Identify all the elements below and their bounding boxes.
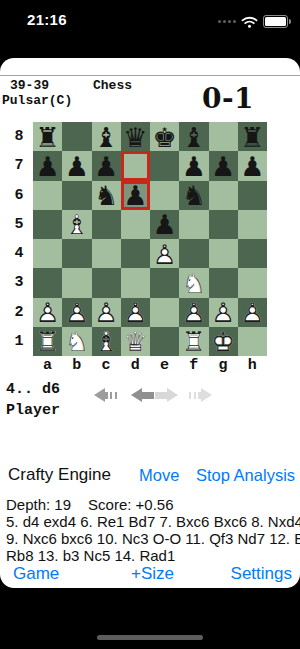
square-c6[interactable]: ♞ (92, 181, 121, 210)
engine-name: Crafty Engine (8, 465, 111, 485)
rank-label-4: 4 (10, 239, 28, 268)
square-e2[interactable] (150, 298, 179, 327)
app-title: Chess (93, 79, 132, 93)
square-a4[interactable] (33, 239, 62, 268)
white-pawn-icon: ♟♙ (92, 298, 121, 327)
square-a3[interactable] (33, 268, 62, 297)
square-g7[interactable]: ♟ (209, 151, 238, 180)
square-c5[interactable] (92, 210, 121, 239)
square-h6[interactable] (238, 181, 267, 210)
file-label-c: c (92, 358, 121, 374)
black-pawn-icon: ♟ (33, 151, 62, 180)
square-a1[interactable]: ♜♖ (33, 327, 62, 356)
square-e5[interactable]: ♟ (150, 210, 179, 239)
square-f4[interactable] (179, 239, 208, 268)
rank-label-5: 5 (10, 210, 28, 239)
home-indicator[interactable] (97, 635, 203, 640)
black-pawn-icon: ♟ (238, 151, 267, 180)
square-f7[interactable]: ♟ (179, 151, 208, 180)
board: ♜♝♛♚♝♜♟♟♟♟♟♟♞♟♞♝♗♟♟♙♞♘♟♙♟♙♟♙♟♙♟♙♟♙♟♙♜♖♞♘… (33, 122, 267, 356)
wifi-icon (241, 16, 258, 28)
size-button[interactable]: +Size (131, 564, 174, 584)
game-score-counter: 39-39 (10, 79, 49, 93)
rank-label-7: 7 (10, 151, 28, 180)
white-knight-icon: ♞♘ (179, 268, 208, 297)
white-king-icon: ♚♔ (209, 327, 238, 356)
black-rook-icon: ♜ (33, 122, 62, 151)
square-h4[interactable] (238, 239, 267, 268)
square-d8[interactable]: ♛ (121, 122, 150, 151)
square-a7[interactable]: ♟ (33, 151, 62, 180)
white-knight-icon: ♞♘ (62, 327, 91, 356)
square-b2[interactable]: ♟♙ (62, 298, 91, 327)
file-label-d: d (121, 358, 150, 374)
square-d6[interactable]: ♟ (121, 181, 150, 210)
square-c4[interactable] (92, 239, 121, 268)
stop-analysis-button[interactable]: Stop Analysis (196, 466, 295, 485)
square-e4[interactable]: ♟♙ (150, 239, 179, 268)
white-bishop-icon: ♝♗ (62, 210, 91, 239)
white-pawn-icon: ♟♙ (209, 298, 238, 327)
square-g6[interactable] (209, 181, 238, 210)
forward-to-end-button[interactable] (189, 388, 212, 402)
rank-label-8: 8 (10, 122, 28, 151)
rank-label-2: 2 (10, 298, 28, 327)
square-d7[interactable] (121, 151, 150, 180)
white-rook-icon: ♜♖ (179, 327, 208, 356)
file-label-a: a (33, 358, 62, 374)
white-pawn-icon: ♟♙ (179, 298, 208, 327)
square-d3[interactable] (121, 268, 150, 297)
analysis-moves: 5. d4 exd4 6. Re1 Bd7 7. Bxc6 Bxc6 8. Nx… (6, 513, 298, 564)
step-forward-button[interactable] (155, 388, 178, 402)
square-h5[interactable] (238, 210, 267, 239)
file-label-e: e (150, 358, 179, 374)
black-bishop-icon: ♝ (92, 122, 121, 151)
square-a8[interactable]: ♜ (33, 122, 62, 151)
white-pawn-icon: ♟♙ (238, 298, 267, 327)
square-h7[interactable]: ♟ (238, 151, 267, 180)
square-a2[interactable]: ♟♙ (33, 298, 62, 327)
rank-labels: 87654321 (10, 122, 28, 356)
square-e3[interactable] (150, 268, 179, 297)
square-f5[interactable] (179, 210, 208, 239)
depth-value: Depth: 19 (6, 496, 71, 513)
white-bishop-icon: ♝♗ (92, 327, 121, 356)
square-f8[interactable]: ♝ (179, 122, 208, 151)
black-pawn-icon: ♟ (179, 151, 208, 180)
back-to-start-button[interactable] (94, 388, 117, 402)
analysis-panel: Depth: 19 Score: +0.56 5. d4 exd4 6. Re1… (6, 496, 298, 564)
square-g8[interactable] (209, 122, 238, 151)
rank-label-3: 3 (10, 268, 28, 297)
arrow-right-icon (201, 388, 212, 402)
square-g1[interactable]: ♚♔ (209, 327, 238, 356)
black-pawn-icon: ♟ (92, 151, 121, 180)
square-a6[interactable] (33, 181, 62, 210)
square-c1[interactable]: ♝♗ (92, 327, 121, 356)
square-f1[interactable]: ♜♖ (179, 327, 208, 356)
black-knight-icon: ♞ (179, 181, 208, 210)
square-h2[interactable]: ♟♙ (238, 298, 267, 327)
game-button[interactable]: Game (13, 564, 59, 584)
square-b1[interactable]: ♞♘ (62, 327, 91, 356)
last-move-label: 4.. d6 (6, 381, 60, 398)
square-b4[interactable] (62, 239, 91, 268)
file-labels: abcdefgh (33, 358, 267, 374)
step-back-button[interactable] (131, 388, 154, 402)
player-label: Player (6, 402, 60, 419)
game-result: 0-1 (202, 85, 254, 113)
cellular-signal-icon (218, 20, 236, 23)
black-pawn-icon: ♟ (62, 151, 91, 180)
app-card: 39-39 Chess Pulsar(C) 0-1 87654321 ♜♝♛♚♝… (0, 58, 300, 588)
square-g5[interactable] (209, 210, 238, 239)
square-g3[interactable] (209, 268, 238, 297)
analysis-line: 9. Nxc6 bxc6 10. Nc3 O-O 11. Qf3 Nd7 12.… (6, 530, 298, 547)
status-bar-time: 21:16 (27, 11, 67, 28)
move-button[interactable]: Move (139, 466, 179, 485)
arrow-right-icon (167, 388, 178, 402)
square-d1[interactable]: ♛♕ (121, 327, 150, 356)
square-d2[interactable]: ♟♙ (121, 298, 150, 327)
file-label-h: h (238, 358, 267, 374)
black-bishop-icon: ♝ (179, 122, 208, 151)
rank-label-1: 1 (10, 327, 28, 356)
white-pawn-icon: ♟♙ (121, 298, 150, 327)
square-b3[interactable] (62, 268, 91, 297)
file-label-b: b (62, 358, 91, 374)
square-e6[interactable] (150, 181, 179, 210)
square-a5[interactable] (33, 210, 62, 239)
white-rook-icon: ♜♖ (33, 327, 62, 356)
square-h8[interactable]: ♜ (238, 122, 267, 151)
header-divider (0, 75, 300, 76)
opponent-name: Pulsar(C) (2, 94, 72, 108)
square-b8[interactable] (62, 122, 91, 151)
analysis-line: Rb8 13. b3 Nc5 14. Rad1 (6, 547, 298, 564)
square-d4[interactable] (121, 239, 150, 268)
square-g4[interactable] (209, 239, 238, 268)
square-c3[interactable] (92, 268, 121, 297)
square-e8[interactable]: ♚ (150, 122, 179, 151)
square-c7[interactable]: ♟ (92, 151, 121, 180)
square-b5[interactable]: ♝♗ (62, 210, 91, 239)
white-pawn-icon: ♟♙ (33, 298, 62, 327)
square-g2[interactable]: ♟♙ (209, 298, 238, 327)
white-pawn-icon: ♟♙ (62, 298, 91, 327)
analysis-line: 5. d4 exd4 6. Re1 Bd7 7. Bxc6 Bxc6 8. Nx… (6, 513, 298, 530)
square-f2[interactable]: ♟♙ (179, 298, 208, 327)
square-c8[interactable]: ♝ (92, 122, 121, 151)
square-b7[interactable]: ♟ (62, 151, 91, 180)
score-value: Score: +0.56 (88, 496, 173, 513)
black-rook-icon: ♜ (238, 122, 267, 151)
white-pawn-icon: ♟♙ (150, 239, 179, 268)
black-queen-icon: ♛ (121, 122, 150, 151)
square-d5[interactable] (121, 210, 150, 239)
square-f6[interactable]: ♞ (179, 181, 208, 210)
white-queen-icon: ♛♕ (121, 327, 150, 356)
arrow-left-icon (131, 388, 142, 402)
file-label-g: g (209, 358, 238, 374)
battery-icon (263, 15, 288, 28)
square-b6[interactable] (62, 181, 91, 210)
square-h1[interactable] (238, 327, 267, 356)
status-bar-icons (218, 15, 288, 28)
phone-frame: 21:16 39-39 Chess Pulsar(C) 0-1 87654321… (0, 0, 300, 649)
square-h3[interactable] (238, 268, 267, 297)
file-label-f: f (179, 358, 208, 374)
square-e1[interactable] (150, 327, 179, 356)
black-knight-icon: ♞ (92, 181, 121, 210)
settings-button[interactable]: Settings (231, 564, 292, 584)
black-pawn-icon: ♟ (121, 181, 150, 210)
square-e7[interactable] (150, 151, 179, 180)
square-f3[interactable]: ♞♘ (179, 268, 208, 297)
rank-label-6: 6 (10, 181, 28, 210)
black-pawn-icon: ♟ (209, 151, 238, 180)
square-c2[interactable]: ♟♙ (92, 298, 121, 327)
black-pawn-icon: ♟ (150, 210, 179, 239)
arrow-left-icon (94, 388, 105, 402)
black-king-icon: ♚ (150, 122, 179, 151)
